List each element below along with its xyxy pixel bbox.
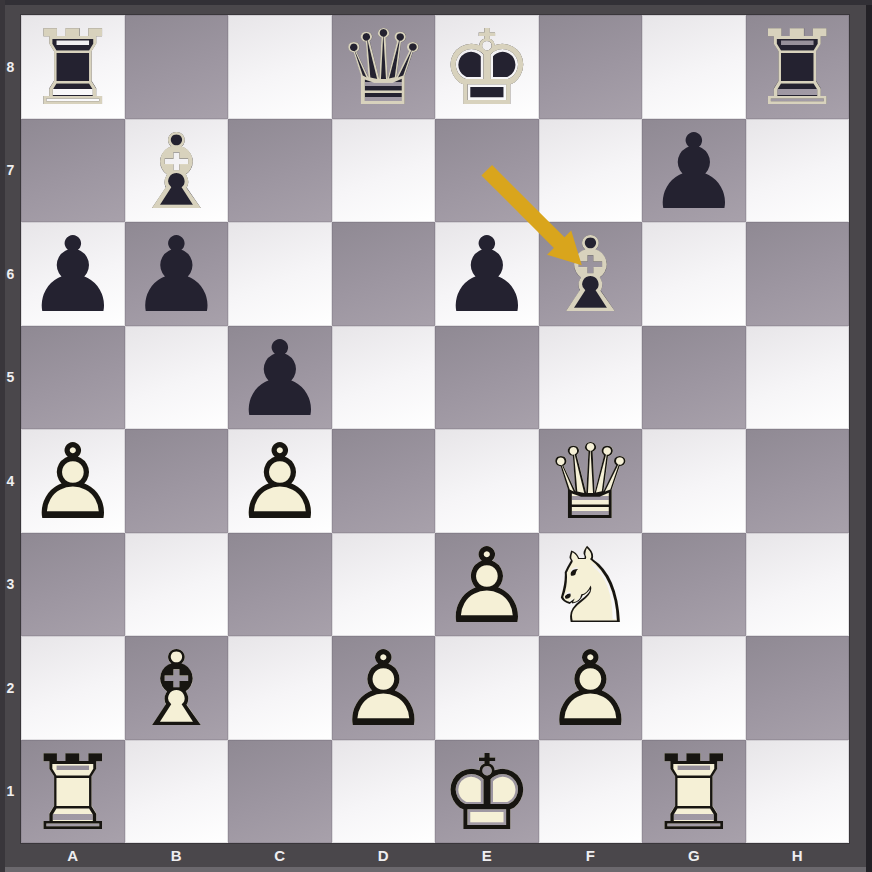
piece-white-bishop[interactable]: ♝♗	[125, 636, 228, 739]
square-b3[interactable]	[125, 533, 229, 637]
rank-label-2: 2	[0, 636, 21, 740]
square-f3[interactable]: ♞♘	[539, 533, 643, 637]
file-label-b: B	[125, 843, 229, 867]
square-e5[interactable]	[435, 326, 539, 430]
square-f5[interactable]	[539, 326, 643, 430]
white-queen-detail-icon: ♕	[539, 429, 642, 532]
square-a3[interactable]	[21, 533, 125, 637]
square-e3[interactable]: ♟♙	[435, 533, 539, 637]
file-label-a: A	[21, 843, 125, 867]
piece-white-king[interactable]: ♚♔	[435, 740, 538, 843]
white-knight-detail-icon: ♘	[539, 533, 642, 636]
black-pawn-icon: ♟	[125, 222, 228, 325]
piece-white-pawn[interactable]: ♟♙	[539, 636, 642, 739]
square-h3[interactable]	[746, 533, 850, 637]
black-pawn-icon: ♟	[228, 326, 331, 429]
piece-black-pawn[interactable]: ♟	[435, 222, 538, 325]
black-bishop-detail-icon: ♗	[539, 222, 642, 325]
piece-white-pawn[interactable]: ♟♙	[21, 429, 124, 532]
square-c6[interactable]	[228, 222, 332, 326]
square-f7[interactable]	[539, 119, 643, 223]
file-label-c: C	[228, 843, 332, 867]
square-f4[interactable]: ♛♕	[539, 429, 643, 533]
square-h6[interactable]	[746, 222, 850, 326]
square-d4[interactable]	[332, 429, 436, 533]
square-h2[interactable]	[746, 636, 850, 740]
rank-label-1: 1	[0, 740, 21, 844]
square-d6[interactable]	[332, 222, 436, 326]
square-g2[interactable]	[642, 636, 746, 740]
square-c3[interactable]	[228, 533, 332, 637]
square-b2[interactable]: ♝♗	[125, 636, 229, 740]
piece-black-rook[interactable]: ♜♖	[746, 15, 849, 118]
piece-black-pawn[interactable]: ♟	[228, 326, 331, 429]
rank-label-3: 3	[0, 533, 21, 637]
square-d1[interactable]	[332, 740, 436, 844]
black-rook-detail-icon: ♖	[21, 15, 124, 118]
black-king-detail-icon: ♔	[435, 15, 538, 118]
square-g7[interactable]: ♟	[642, 119, 746, 223]
square-b8[interactable]	[125, 15, 229, 119]
square-c4[interactable]: ♟♙	[228, 429, 332, 533]
file-label-f: F	[539, 843, 643, 867]
square-g5[interactable]	[642, 326, 746, 430]
square-e4[interactable]	[435, 429, 539, 533]
square-b6[interactable]: ♟	[125, 222, 229, 326]
square-g8[interactable]	[642, 15, 746, 119]
board: ♜♖♛♕♚♔♜♖♝♗♟♟♟♟♝♗♟♟♙♟♙♛♕♟♙♞♘♝♗♟♙♟♙♜♖♚♔♜♖	[21, 15, 849, 843]
square-f2[interactable]: ♟♙	[539, 636, 643, 740]
square-c2[interactable]	[228, 636, 332, 740]
piece-black-queen[interactable]: ♛♕	[332, 15, 435, 118]
black-pawn-icon: ♟	[435, 222, 538, 325]
square-e2[interactable]	[435, 636, 539, 740]
file-label-g: G	[642, 843, 746, 867]
piece-black-pawn[interactable]: ♟	[21, 222, 124, 325]
square-a7[interactable]	[21, 119, 125, 223]
square-e8[interactable]: ♚♔	[435, 15, 539, 119]
piece-black-bishop[interactable]: ♝♗	[539, 222, 642, 325]
square-e7[interactable]	[435, 119, 539, 223]
white-pawn-detail-icon: ♙	[435, 533, 538, 636]
piece-white-rook[interactable]: ♜♖	[21, 740, 124, 843]
rank-label-4: 4	[0, 429, 21, 533]
square-a5[interactable]	[21, 326, 125, 430]
square-g1[interactable]: ♜♖	[642, 740, 746, 844]
square-c1[interactable]	[228, 740, 332, 844]
piece-black-pawn[interactable]: ♟	[642, 119, 745, 222]
white-pawn-detail-icon: ♙	[332, 636, 435, 739]
square-b5[interactable]	[125, 326, 229, 430]
rank-label-5: 5	[0, 326, 21, 430]
white-pawn-detail-icon: ♙	[21, 429, 124, 532]
rank-label-7: 7	[0, 119, 21, 223]
black-pawn-icon: ♟	[642, 119, 745, 222]
square-g6[interactable]	[642, 222, 746, 326]
square-b7[interactable]: ♝♗	[125, 119, 229, 223]
square-a2[interactable]	[21, 636, 125, 740]
white-pawn-detail-icon: ♙	[539, 636, 642, 739]
square-g4[interactable]	[642, 429, 746, 533]
square-f8[interactable]	[539, 15, 643, 119]
square-h8[interactable]: ♜♖	[746, 15, 850, 119]
square-a8[interactable]: ♜♖	[21, 15, 125, 119]
black-bishop-detail-icon: ♗	[125, 119, 228, 222]
square-e1[interactable]: ♚♔	[435, 740, 539, 844]
piece-black-bishop[interactable]: ♝♗	[125, 119, 228, 222]
rank-label-6: 6	[0, 222, 21, 326]
square-d2[interactable]: ♟♙	[332, 636, 436, 740]
square-d5[interactable]	[332, 326, 436, 430]
piece-white-rook[interactable]: ♜♖	[642, 740, 745, 843]
square-a4[interactable]: ♟♙	[21, 429, 125, 533]
black-rook-detail-icon: ♖	[746, 15, 849, 118]
square-b1[interactable]	[125, 740, 229, 844]
square-h5[interactable]	[746, 326, 850, 430]
square-a6[interactable]: ♟	[21, 222, 125, 326]
square-h7[interactable]	[746, 119, 850, 223]
piece-white-knight[interactable]: ♞♘	[539, 533, 642, 636]
square-g3[interactable]	[642, 533, 746, 637]
square-f1[interactable]	[539, 740, 643, 844]
file-label-h: H	[746, 843, 850, 867]
piece-black-pawn[interactable]: ♟	[125, 222, 228, 325]
square-c5[interactable]: ♟	[228, 326, 332, 430]
rank-label-8: 8	[0, 15, 21, 119]
piece-white-pawn[interactable]: ♟♙	[228, 429, 331, 532]
white-rook-detail-icon: ♖	[21, 740, 124, 843]
black-queen-detail-icon: ♕	[332, 15, 435, 118]
square-h1[interactable]	[746, 740, 850, 844]
square-d3[interactable]	[332, 533, 436, 637]
black-pawn-icon: ♟	[21, 222, 124, 325]
rank-labels: 87654321	[0, 15, 21, 843]
white-rook-detail-icon: ♖	[642, 740, 745, 843]
square-a1[interactable]: ♜♖	[21, 740, 125, 844]
piece-white-pawn[interactable]: ♟♙	[435, 533, 538, 636]
file-label-e: E	[435, 843, 539, 867]
square-d8[interactable]: ♛♕	[332, 15, 436, 119]
white-bishop-detail-icon: ♗	[125, 636, 228, 739]
piece-black-king[interactable]: ♚♔	[435, 15, 538, 118]
square-e6[interactable]: ♟	[435, 222, 539, 326]
piece-black-rook[interactable]: ♜♖	[21, 15, 124, 118]
chess-board-frame: 87654321 ♜♖♛♕♚♔♜♖♝♗♟♟♟♟♝♗♟♟♙♟♙♛♕♟♙♞♘♝♗♟♙…	[0, 0, 872, 872]
file-label-d: D	[332, 843, 436, 867]
square-b4[interactable]	[125, 429, 229, 533]
square-h4[interactable]	[746, 429, 850, 533]
square-d7[interactable]	[332, 119, 436, 223]
white-king-detail-icon: ♔	[435, 740, 538, 843]
square-c8[interactable]	[228, 15, 332, 119]
square-c7[interactable]	[228, 119, 332, 223]
file-labels: ABCDEFGH	[21, 843, 849, 867]
piece-white-queen[interactable]: ♛♕	[539, 429, 642, 532]
white-pawn-detail-icon: ♙	[228, 429, 331, 532]
square-f6[interactable]: ♝♗	[539, 222, 643, 326]
piece-white-pawn[interactable]: ♟♙	[332, 636, 435, 739]
